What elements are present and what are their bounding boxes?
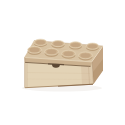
stud-grain: [81, 53, 91, 58]
stud-grain: [71, 43, 80, 47]
stud-grain: [88, 44, 97, 48]
stud-front-4: [79, 52, 93, 61]
stud-front-1: [28, 46, 42, 55]
stud-grain: [30, 48, 40, 53]
stud-grain: [36, 40, 45, 44]
stud-back-4: [86, 43, 99, 51]
stud-back-3: [69, 42, 82, 50]
stud-grain: [54, 42, 63, 46]
stud-grain: [64, 51, 74, 56]
stud-back-1: [34, 39, 47, 47]
stud-grain: [47, 50, 57, 55]
product-photo: [0, 0, 125, 125]
stud-front-2: [45, 48, 59, 57]
photo-canvas: [0, 0, 125, 125]
stud-front-3: [62, 50, 76, 59]
stud-back-2: [52, 41, 65, 49]
